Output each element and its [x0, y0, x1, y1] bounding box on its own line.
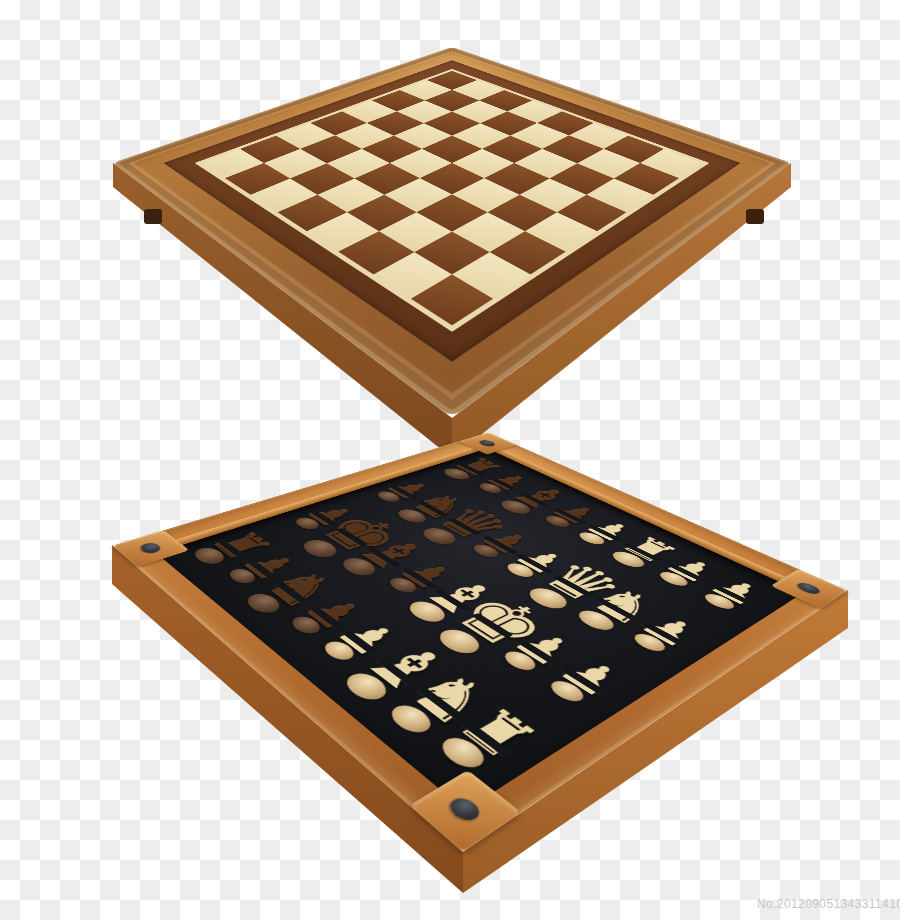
board-foot-right: [746, 209, 764, 224]
tray-felt: ♜♟♝♟♟♞♛♟♟♚♝♟♜♟♞♟♟♜♟♟♟♛♞♟♝♚♟♟♟♝♞♜: [156, 449, 803, 811]
pawn-piece-icon: ♟: [701, 573, 772, 610]
board-walnut-margin: [164, 60, 741, 361]
watermark-text: No.20120905134331141000: [757, 897, 900, 911]
board-foot-left: [144, 209, 162, 224]
corner-screw-icon: [795, 581, 824, 596]
corner-screw-icon: [445, 794, 485, 824]
chess-board: [113, 47, 792, 418]
board-frame: [113, 47, 792, 418]
tray-rail: ♜♟♝♟♟♞♛♟♟♚♝♟♜♟♞♟♟♜♟♟♟♛♞♟♝♚♟♟♟♝♞♜: [113, 432, 847, 852]
chess-set-product-photo: ♜♟♝♟♟♞♛♟♟♚♝♟♜♟♞♟♟♜♟♟♟♛♞♟♝♚♟♟♟♝♞♜ No.2012…: [0, 0, 900, 920]
piece-storage-tray: ♜♟♝♟♟♞♛♟♟♚♝♟♜♟♞♟♟♜♟♟♟♛♞♟♝♚♟♟♟♝♞♜: [113, 432, 847, 852]
corner-screw-icon: [138, 541, 164, 554]
corner-screw-icon: [477, 439, 498, 447]
board-squares-grid: [195, 69, 710, 332]
